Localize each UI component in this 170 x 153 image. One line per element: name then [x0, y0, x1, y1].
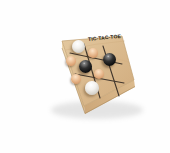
ball-black-r1c3[interactable]: [103, 53, 116, 66]
ball-tan-storage-left-1[interactable]: [66, 56, 76, 66]
ball-black-r2c1[interactable]: [79, 60, 92, 73]
ball-tan-r1c2[interactable]: [88, 48, 98, 58]
ball-tan-storage-left-2[interactable]: [71, 74, 81, 84]
board-scene: TIC-TAC-TOE: [0, 0, 170, 153]
ball-tan-r2c2[interactable]: [94, 69, 104, 79]
board-graphic: [0, 0, 170, 153]
ball-white-r1c1[interactable]: [72, 40, 85, 53]
ball-white-r3c1[interactable]: [85, 81, 99, 95]
